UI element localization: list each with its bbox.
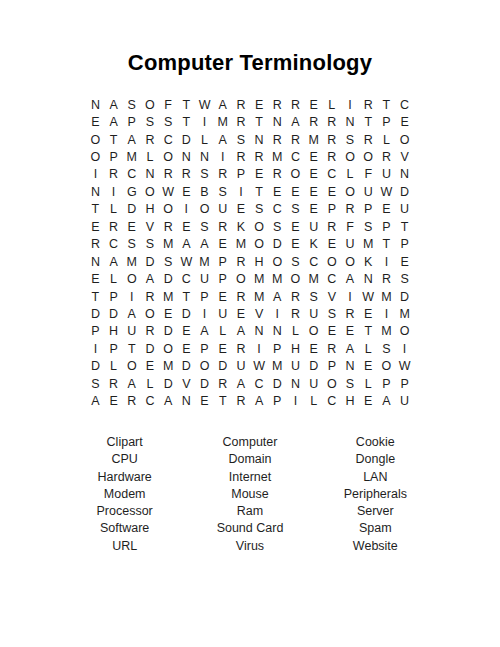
grid-cell-r13c16: E xyxy=(359,305,377,322)
grid-cell-r3c2: T xyxy=(105,131,123,148)
grid-cell-r12c13: S xyxy=(305,288,323,305)
grid-cell-r13c8: U xyxy=(214,305,232,322)
grid-cell-r3c5: C xyxy=(159,131,177,148)
grid-cell-r17c4: L xyxy=(141,375,159,392)
grid-cell-r3c7: L xyxy=(195,131,213,148)
grid-cell-r11c5: D xyxy=(159,270,177,287)
grid-cell-r17c1: S xyxy=(86,375,104,392)
grid-cell-r3c16: R xyxy=(359,131,377,148)
grid-cell-r12c1: T xyxy=(86,288,104,305)
grid-cell-r9c4: S xyxy=(141,236,159,253)
grid-cell-r5c2: R xyxy=(105,166,123,183)
grid-cell-r4c13: E xyxy=(305,148,323,165)
grid-cell-r18c10: A xyxy=(250,392,268,409)
grid-cell-r7c4: H xyxy=(141,201,159,218)
grid-cell-r10c10: H xyxy=(250,253,268,270)
grid-cell-r12c14: V xyxy=(323,288,341,305)
grid-cell-r8c3: E xyxy=(123,218,141,235)
grid-cell-r3c15: S xyxy=(341,131,359,148)
grid-cell-r16c2: L xyxy=(105,358,123,375)
grid-cell-r9c9: M xyxy=(232,236,250,253)
grid-cell-r12c7: P xyxy=(195,288,213,305)
grid-cell-r10c16: K xyxy=(359,253,377,270)
grid-cell-r8c17: P xyxy=(377,218,395,235)
grid-cell-r16c11: M xyxy=(268,358,286,375)
word-list-item: Domain xyxy=(187,451,312,468)
grid-cell-r9c13: K xyxy=(305,236,323,253)
word-list-item: Spam xyxy=(313,520,438,537)
grid-cell-r1c13: E xyxy=(305,96,323,113)
grid-cell-r13c6: D xyxy=(177,305,195,322)
grid-cell-r17c2: R xyxy=(105,375,123,392)
grid-cell-r10c9: R xyxy=(232,253,250,270)
grid-cell-r5c18: N xyxy=(396,166,414,183)
grid-cell-r5c7: S xyxy=(195,166,213,183)
grid-cell-r9c18: P xyxy=(396,236,414,253)
grid-cell-r1c8: A xyxy=(214,96,232,113)
grid-cell-r14c15: E xyxy=(341,323,359,340)
grid-cell-r1c9: R xyxy=(232,96,250,113)
grid-cell-r11c13: M xyxy=(305,270,323,287)
grid-cell-r12c4: R xyxy=(141,288,159,305)
grid-cell-r11c17: R xyxy=(377,270,395,287)
grid-cell-r8c9: K xyxy=(232,218,250,235)
grid-cell-r4c4: L xyxy=(141,148,159,165)
grid-cell-r5c6: R xyxy=(177,166,195,183)
grid-cell-r17c12: N xyxy=(286,375,304,392)
grid-cell-r3c4: R xyxy=(141,131,159,148)
grid-cell-r15c3: T xyxy=(123,340,141,357)
word-list-item: Cookie xyxy=(313,434,438,451)
grid-cell-r17c15: S xyxy=(341,375,359,392)
grid-cell-r2c4: S xyxy=(141,113,159,130)
grid-cell-r6c7: B xyxy=(195,183,213,200)
grid-cell-r10c13: C xyxy=(305,253,323,270)
puzzle-title: Computer Terminology xyxy=(0,50,500,76)
grid-cell-r7c5: O xyxy=(159,201,177,218)
grid-cell-r14c17: M xyxy=(377,323,395,340)
grid-cell-r2c3: P xyxy=(123,113,141,130)
grid-cell-r11c7: U xyxy=(195,270,213,287)
grid-cell-r17c6: V xyxy=(177,375,195,392)
grid-cell-r2c12: A xyxy=(286,113,304,130)
grid-cell-r4c8: I xyxy=(214,148,232,165)
grid-cell-r14c10: N xyxy=(250,323,268,340)
grid-cell-r18c11: P xyxy=(268,392,286,409)
grid-cell-r15c10: I xyxy=(250,340,268,357)
grid-cell-r13c15: R xyxy=(341,305,359,322)
grid-cell-r14c6: E xyxy=(177,323,195,340)
grid-cell-r18c18: U xyxy=(396,392,414,409)
grid-cell-r13c12: R xyxy=(286,305,304,322)
grid-cell-r15c6: E xyxy=(177,340,195,357)
grid-cell-r18c2: E xyxy=(105,392,123,409)
grid-cell-r16c12: U xyxy=(286,358,304,375)
grid-cell-r13c18: M xyxy=(396,305,414,322)
grid-cell-r6c3: G xyxy=(123,183,141,200)
grid-cell-r1c15: I xyxy=(341,96,359,113)
grid-cell-r15c14: R xyxy=(323,340,341,357)
grid-cell-r9c15: U xyxy=(341,236,359,253)
grid-cell-r15c18: I xyxy=(396,340,414,357)
grid-cell-r5c15: L xyxy=(341,166,359,183)
grid-cell-r4c5: O xyxy=(159,148,177,165)
grid-cell-r12c10: M xyxy=(250,288,268,305)
grid-cell-r8c4: V xyxy=(141,218,159,235)
grid-cell-r13c17: I xyxy=(377,305,395,322)
grid-cell-r9c8: E xyxy=(214,236,232,253)
word-list-item: Server xyxy=(313,503,438,520)
grid-cell-r6c18: D xyxy=(396,183,414,200)
grid-cell-r10c18: E xyxy=(396,253,414,270)
grid-cell-r13c14: S xyxy=(323,305,341,322)
word-list-item: Website xyxy=(313,538,438,555)
grid-cell-r18c6: N xyxy=(177,392,195,409)
word-list-item: Mouse xyxy=(187,486,312,503)
grid-cell-r10c4: D xyxy=(141,253,159,270)
grid-cell-r4c2: P xyxy=(105,148,123,165)
grid-cell-r4c10: R xyxy=(250,148,268,165)
grid-cell-r7c16: P xyxy=(359,201,377,218)
grid-cell-r15c1: I xyxy=(86,340,104,357)
grid-cell-r11c14: C xyxy=(323,270,341,287)
grid-cell-r2c11: N xyxy=(268,113,286,130)
grid-cell-r12c8: E xyxy=(214,288,232,305)
grid-cell-r2c13: R xyxy=(305,113,323,130)
grid-cell-r4c9: R xyxy=(232,148,250,165)
grid-cell-r8c6: E xyxy=(177,218,195,235)
grid-cell-r6c12: E xyxy=(286,183,304,200)
grid-cell-r2c8: M xyxy=(214,113,232,130)
grid-cell-r9c1: R xyxy=(86,236,104,253)
grid-cell-r16c15: N xyxy=(341,358,359,375)
grid-cell-r9c7: A xyxy=(195,236,213,253)
grid-cell-r18c16: E xyxy=(359,392,377,409)
grid-cell-r18c7: E xyxy=(195,392,213,409)
grid-cell-r16c13: D xyxy=(305,358,323,375)
grid-cell-r17c16: L xyxy=(359,375,377,392)
grid-cell-r3c3: A xyxy=(123,131,141,148)
grid-cell-r7c7: O xyxy=(195,201,213,218)
grid-cell-r9c17: T xyxy=(377,236,395,253)
grid-cell-r10c2: A xyxy=(105,253,123,270)
grid-cell-r7c11: C xyxy=(268,201,286,218)
word-list-item: Virus xyxy=(187,538,312,555)
grid-cell-r12c3: I xyxy=(123,288,141,305)
grid-cell-r6c16: U xyxy=(359,183,377,200)
grid-cell-r14c13: O xyxy=(305,323,323,340)
grid-cell-r1c6: T xyxy=(177,96,195,113)
grid-cell-r4c3: M xyxy=(123,148,141,165)
grid-cell-r7c1: T xyxy=(86,201,104,218)
grid-cell-r1c2: A xyxy=(105,96,123,113)
grid-cell-r9c5: M xyxy=(159,236,177,253)
grid-cell-r12c17: M xyxy=(377,288,395,305)
grid-cell-r2c1: E xyxy=(86,113,104,130)
grid-cell-r14c5: D xyxy=(159,323,177,340)
grid-cell-r4c17: R xyxy=(377,148,395,165)
grid-cell-r4c1: O xyxy=(86,148,104,165)
word-list-item: Processor xyxy=(62,503,187,520)
grid-cell-r5c17: U xyxy=(377,166,395,183)
grid-cell-r12c5: M xyxy=(159,288,177,305)
grid-cell-r5c5: R xyxy=(159,166,177,183)
grid-cell-r16c6: D xyxy=(177,358,195,375)
grid-cell-r17c11: D xyxy=(268,375,286,392)
letter-grid: NASOFTWARERRELIRTCEAPSSTIMRTNARRNTPEOTAR… xyxy=(86,96,413,410)
grid-cell-r2c18: E xyxy=(396,113,414,130)
grid-cell-r5c12: O xyxy=(286,166,304,183)
grid-cell-r14c4: R xyxy=(141,323,159,340)
grid-cell-r7c8: U xyxy=(214,201,232,218)
grid-cell-r6c5: W xyxy=(159,183,177,200)
grid-cell-r10c12: S xyxy=(286,253,304,270)
grid-cell-r11c16: N xyxy=(359,270,377,287)
grid-cell-r12c6: T xyxy=(177,288,195,305)
grid-cell-r17c17: P xyxy=(377,375,395,392)
grid-cell-r17c7: D xyxy=(195,375,213,392)
grid-cell-r8c2: R xyxy=(105,218,123,235)
grid-cell-r11c15: A xyxy=(341,270,359,287)
grid-cell-r1c18: C xyxy=(396,96,414,113)
grid-cell-r15c5: O xyxy=(159,340,177,357)
grid-cell-r2c10: T xyxy=(250,113,268,130)
grid-cell-r11c10: M xyxy=(250,270,268,287)
grid-cell-r12c2: P xyxy=(105,288,123,305)
grid-cell-r13c2: D xyxy=(105,305,123,322)
grid-cell-r16c3: O xyxy=(123,358,141,375)
grid-cell-r18c3: R xyxy=(123,392,141,409)
grid-cell-r18c15: H xyxy=(341,392,359,409)
grid-cell-r3c17: L xyxy=(377,131,395,148)
grid-cell-r17c9: A xyxy=(232,375,250,392)
word-list-item: Clipart xyxy=(62,434,187,451)
grid-cell-r18c4: C xyxy=(141,392,159,409)
grid-cell-r18c1: A xyxy=(86,392,104,409)
grid-cell-r5c11: R xyxy=(268,166,286,183)
grid-cell-r17c13: U xyxy=(305,375,323,392)
grid-cell-r10c8: P xyxy=(214,253,232,270)
grid-cell-r7c17: E xyxy=(377,201,395,218)
word-list-item: LAN xyxy=(313,469,438,486)
grid-cell-r5c16: F xyxy=(359,166,377,183)
grid-cell-r17c8: R xyxy=(214,375,232,392)
grid-cell-r5c13: E xyxy=(305,166,323,183)
grid-cell-r14c7: A xyxy=(195,323,213,340)
grid-cell-r3c12: R xyxy=(286,131,304,148)
grid-cell-r12c11: A xyxy=(268,288,286,305)
grid-cell-r1c1: N xyxy=(86,96,104,113)
grid-cell-r1c4: O xyxy=(141,96,159,113)
grid-cell-r3c8: A xyxy=(214,131,232,148)
word-list-item: Modem xyxy=(62,486,187,503)
grid-cell-r15c4: D xyxy=(141,340,159,357)
grid-cell-r11c6: C xyxy=(177,270,195,287)
grid-cell-r8c5: R xyxy=(159,218,177,235)
grid-cell-r1c5: F xyxy=(159,96,177,113)
word-list: ClipartCPUHardwareModemProcessorSoftware… xyxy=(62,434,438,555)
grid-cell-r3c10: N xyxy=(250,131,268,148)
word-list-item: Computer xyxy=(187,434,312,451)
grid-cell-r8c13: U xyxy=(305,218,323,235)
grid-cell-r18c13: L xyxy=(305,392,323,409)
grid-cell-r9c14: E xyxy=(323,236,341,253)
grid-cell-r18c9: R xyxy=(232,392,250,409)
grid-cell-r10c3: M xyxy=(123,253,141,270)
grid-cell-r1c17: T xyxy=(377,96,395,113)
grid-cell-r7c6: I xyxy=(177,201,195,218)
grid-cell-r12c12: R xyxy=(286,288,304,305)
grid-cell-r13c13: U xyxy=(305,305,323,322)
grid-cell-r11c4: A xyxy=(141,270,159,287)
grid-cell-r6c17: W xyxy=(377,183,395,200)
grid-cell-r2c9: R xyxy=(232,113,250,130)
grid-cell-r10c6: W xyxy=(177,253,195,270)
grid-cell-r10c11: O xyxy=(268,253,286,270)
grid-cell-r6c10: T xyxy=(250,183,268,200)
grid-cell-r6c9: I xyxy=(232,183,250,200)
grid-cell-r16c7: O xyxy=(195,358,213,375)
grid-cell-r8c1: E xyxy=(86,218,104,235)
grid-cell-r5c3: C xyxy=(123,166,141,183)
grid-cell-r7c13: E xyxy=(305,201,323,218)
puzzle-page: Computer Terminology NASOFTWARERRELIRTCE… xyxy=(0,0,500,647)
grid-cell-r4c18: V xyxy=(396,148,414,165)
grid-cell-r3c14: R xyxy=(323,131,341,148)
grid-cell-r1c12: R xyxy=(286,96,304,113)
grid-cell-r1c7: W xyxy=(195,96,213,113)
grid-cell-r5c1: I xyxy=(86,166,104,183)
grid-cell-r15c8: E xyxy=(214,340,232,357)
grid-cell-r9c12: E xyxy=(286,236,304,253)
grid-cell-r4c6: N xyxy=(177,148,195,165)
grid-cell-r5c14: C xyxy=(323,166,341,183)
grid-cell-r8c8: R xyxy=(214,218,232,235)
grid-cell-r18c5: A xyxy=(159,392,177,409)
grid-cell-r14c9: A xyxy=(232,323,250,340)
grid-cell-r13c4: O xyxy=(141,305,159,322)
grid-cell-r2c17: P xyxy=(377,113,395,130)
grid-cell-r3c11: R xyxy=(268,131,286,148)
grid-cell-r16c14: P xyxy=(323,358,341,375)
grid-cell-r2c15: N xyxy=(341,113,359,130)
grid-cell-r10c7: M xyxy=(195,253,213,270)
grid-cell-r13c9: E xyxy=(232,305,250,322)
grid-cell-r8c11: S xyxy=(268,218,286,235)
grid-cell-r6c2: I xyxy=(105,183,123,200)
grid-cell-r10c14: O xyxy=(323,253,341,270)
grid-cell-r14c12: L xyxy=(286,323,304,340)
grid-cell-r10c1: N xyxy=(86,253,104,270)
grid-cell-r15c17: S xyxy=(377,340,395,357)
grid-cell-r14c18: O xyxy=(396,323,414,340)
grid-cell-r6c8: S xyxy=(214,183,232,200)
grid-cell-r5c10: E xyxy=(250,166,268,183)
grid-cell-r1c11: R xyxy=(268,96,286,113)
grid-cell-r15c7: P xyxy=(195,340,213,357)
grid-cell-r12c16: W xyxy=(359,288,377,305)
grid-cell-r2c2: A xyxy=(105,113,123,130)
grid-cell-r7c15: R xyxy=(341,201,359,218)
grid-cell-r2c6: T xyxy=(177,113,195,130)
grid-cell-r10c5: S xyxy=(159,253,177,270)
grid-cell-r13c7: I xyxy=(195,305,213,322)
grid-cell-r7c2: L xyxy=(105,201,123,218)
grid-cell-r8c16: S xyxy=(359,218,377,235)
word-list-item: Ram xyxy=(187,503,312,520)
word-list-item: URL xyxy=(62,538,187,555)
grid-cell-r8c12: E xyxy=(286,218,304,235)
grid-cell-r1c3: S xyxy=(123,96,141,113)
grid-cell-r12c18: D xyxy=(396,288,414,305)
word-list-item: Dongle xyxy=(313,451,438,468)
grid-cell-r15c15: A xyxy=(341,340,359,357)
grid-cell-r4c11: M xyxy=(268,148,286,165)
grid-cell-r7c3: D xyxy=(123,201,141,218)
grid-cell-r15c16: L xyxy=(359,340,377,357)
grid-cell-r14c1: P xyxy=(86,323,104,340)
grid-cell-r6c13: E xyxy=(305,183,323,200)
grid-cell-r11c18: S xyxy=(396,270,414,287)
word-list-item: Software xyxy=(62,520,187,537)
grid-cell-r8c7: S xyxy=(195,218,213,235)
grid-cell-r4c7: N xyxy=(195,148,213,165)
grid-cell-r2c16: T xyxy=(359,113,377,130)
grid-cell-r6c1: N xyxy=(86,183,104,200)
grid-cell-r1c16: R xyxy=(359,96,377,113)
grid-cell-r1c10: E xyxy=(250,96,268,113)
grid-cell-r13c3: A xyxy=(123,305,141,322)
grid-cell-r11c8: P xyxy=(214,270,232,287)
grid-cell-r18c14: C xyxy=(323,392,341,409)
grid-cell-r14c2: H xyxy=(105,323,123,340)
grid-cell-r4c15: O xyxy=(341,148,359,165)
word-list-item: CPU xyxy=(62,451,187,468)
grid-cell-r15c12: H xyxy=(286,340,304,357)
grid-cell-r14c3: U xyxy=(123,323,141,340)
grid-cell-r11c1: E xyxy=(86,270,104,287)
grid-cell-r6c6: E xyxy=(177,183,195,200)
grid-cell-r9c2: C xyxy=(105,236,123,253)
grid-cell-r4c16: O xyxy=(359,148,377,165)
grid-cell-r6c11: E xyxy=(268,183,286,200)
grid-cell-r3c9: S xyxy=(232,131,250,148)
word-list-item: Hardware xyxy=(62,469,187,486)
grid-cell-r16c8: D xyxy=(214,358,232,375)
grid-cell-r17c18: P xyxy=(396,375,414,392)
grid-cell-r18c12: I xyxy=(286,392,304,409)
grid-cell-r11c9: O xyxy=(232,270,250,287)
grid-cell-r18c17: A xyxy=(377,392,395,409)
grid-cell-r16c5: M xyxy=(159,358,177,375)
grid-cell-r4c12: C xyxy=(286,148,304,165)
grid-cell-r9c10: O xyxy=(250,236,268,253)
grid-cell-r16c9: U xyxy=(232,358,250,375)
grid-cell-r10c15: O xyxy=(341,253,359,270)
grid-cell-r7c9: E xyxy=(232,201,250,218)
grid-cell-r16c1: D xyxy=(86,358,104,375)
grid-cell-r3c13: M xyxy=(305,131,323,148)
grid-cell-r17c3: A xyxy=(123,375,141,392)
grid-cell-r13c5: E xyxy=(159,305,177,322)
grid-cell-r5c8: R xyxy=(214,166,232,183)
grid-cell-r16c10: W xyxy=(250,358,268,375)
word-list-item: Sound Card xyxy=(187,520,312,537)
grid-cell-r16c4: E xyxy=(141,358,159,375)
grid-cell-r12c9: R xyxy=(232,288,250,305)
grid-cell-r2c14: R xyxy=(323,113,341,130)
grid-cell-r9c11: D xyxy=(268,236,286,253)
